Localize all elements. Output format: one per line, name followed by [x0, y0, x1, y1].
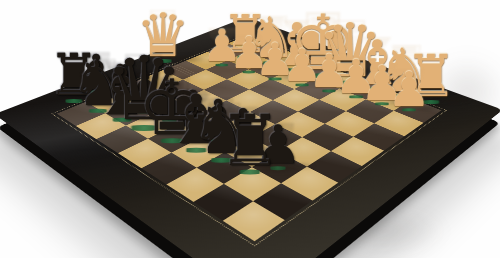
pieces-layer: ♜♜♛♛♞♞♟♟♝♝♟♟♚♚♟♟♛♛♟♟♝♝♟♟♟♟♞♞♟♟♜♜♜♜♟♟♟♟♟♟… [0, 0, 500, 258]
piece-bR-a8[interactable]: ♜ [219, 106, 282, 176]
piece-wP-a2[interactable]: ♟ [387, 65, 430, 113]
chess-set-photo: ♜♜♛♛♞♞♟♟♝♝♟♟♚♚♟♟♛♛♟♟♝♝♟♟♟♟♞♞♟♟♜♜♜♜♟♟♟♟♟♟… [0, 0, 500, 258]
